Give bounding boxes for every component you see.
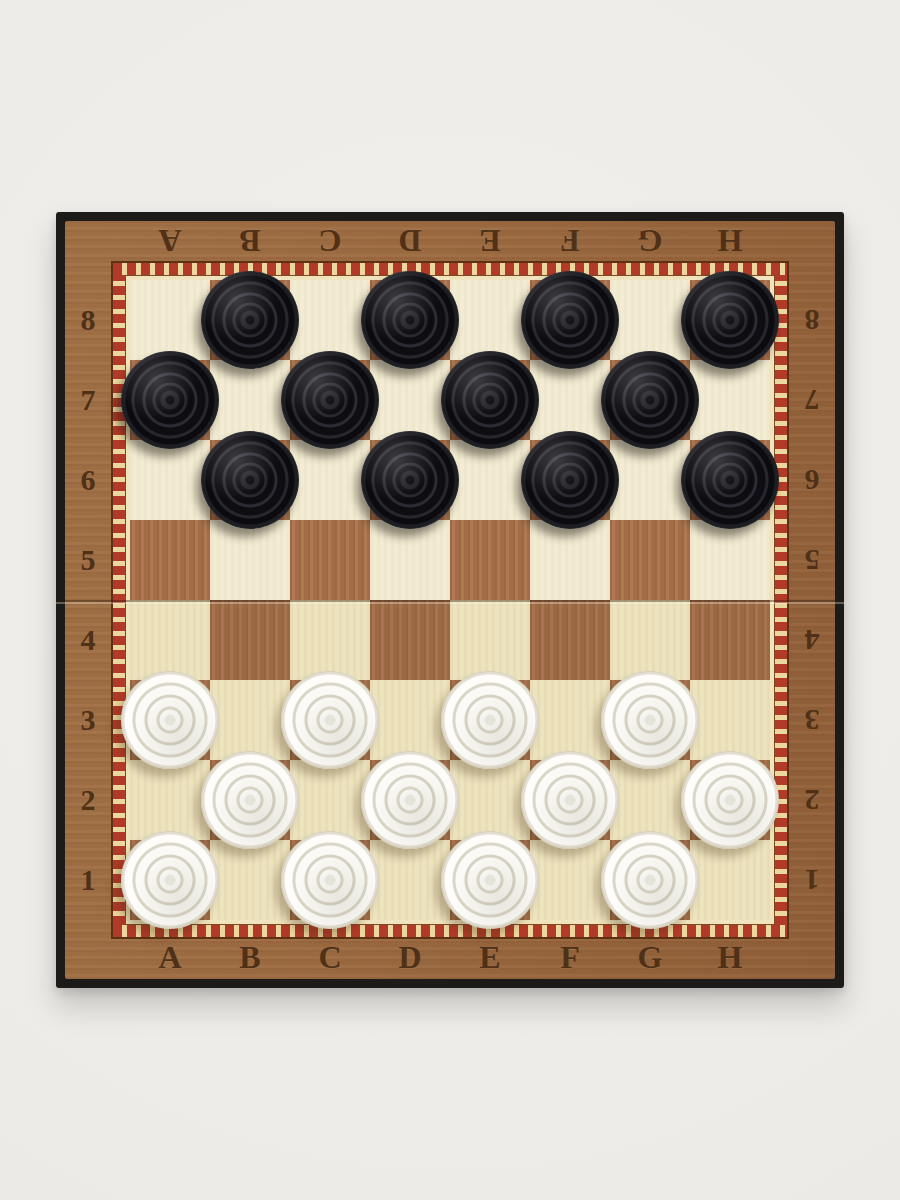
square-f1[interactable]	[530, 840, 610, 920]
checkers-board: ABCDEFGH ABCDEFGH 87654321 87654321	[56, 212, 844, 988]
square-h7[interactable]	[690, 360, 770, 440]
piece-white-c3[interactable]	[281, 671, 379, 769]
file-label-bottom-c: C	[290, 937, 370, 977]
piece-white-g3[interactable]	[601, 671, 699, 769]
square-d3[interactable]	[370, 680, 450, 760]
square-e7[interactable]	[450, 360, 530, 440]
piece-white-e1[interactable]	[441, 831, 539, 929]
square-c1[interactable]	[290, 840, 370, 920]
border-strip-top	[113, 263, 787, 275]
file-label-top-f: F	[530, 221, 610, 261]
square-a3[interactable]	[130, 680, 210, 760]
square-a7[interactable]	[130, 360, 210, 440]
rank-label-left-5: 5	[65, 520, 111, 600]
file-label-bottom-a: A	[130, 937, 210, 977]
piece-black-b8[interactable]	[201, 271, 299, 369]
rank-label-right-6: 6	[789, 440, 835, 520]
file-labels-bottom: ABCDEFGH	[130, 937, 770, 977]
file-label-top-e: E	[450, 221, 530, 261]
square-c7[interactable]	[290, 360, 370, 440]
board-hinge-fold	[56, 600, 844, 604]
file-labels-top: ABCDEFGH	[130, 221, 770, 261]
file-label-top-d: D	[370, 221, 450, 261]
square-e3[interactable]	[450, 680, 530, 760]
square-e2[interactable]	[450, 760, 530, 840]
rank-label-right-1: 1	[789, 840, 835, 920]
square-e8[interactable]	[450, 280, 530, 360]
square-b7[interactable]	[210, 360, 290, 440]
square-a1[interactable]	[130, 840, 210, 920]
file-label-bottom-h: H	[690, 937, 770, 977]
square-b2[interactable]	[210, 760, 290, 840]
square-f5[interactable]	[530, 520, 610, 600]
rank-label-right-8: 8	[789, 280, 835, 360]
square-e6[interactable]	[450, 440, 530, 520]
square-a2[interactable]	[130, 760, 210, 840]
square-h8[interactable]	[690, 280, 770, 360]
square-e4[interactable]	[450, 600, 530, 680]
square-c2[interactable]	[290, 760, 370, 840]
file-label-bottom-b: B	[210, 937, 290, 977]
piece-black-f8[interactable]	[521, 271, 619, 369]
square-h5[interactable]	[690, 520, 770, 600]
piece-white-d2[interactable]	[361, 751, 459, 849]
piece-black-d8[interactable]	[361, 271, 459, 369]
rank-label-left-1: 1	[65, 840, 111, 920]
square-f6[interactable]	[530, 440, 610, 520]
piece-black-g7[interactable]	[601, 351, 699, 449]
square-d5[interactable]	[370, 520, 450, 600]
rank-label-right-5: 5	[789, 520, 835, 600]
square-f7[interactable]	[530, 360, 610, 440]
square-b4[interactable]	[210, 600, 290, 680]
square-h3[interactable]	[690, 680, 770, 760]
square-c3[interactable]	[290, 680, 370, 760]
rank-label-left-7: 7	[65, 360, 111, 440]
square-d2[interactable]	[370, 760, 450, 840]
file-label-bottom-g: G	[610, 937, 690, 977]
square-c8[interactable]	[290, 280, 370, 360]
piece-white-h2[interactable]	[681, 751, 779, 849]
piece-white-a1[interactable]	[121, 831, 219, 929]
rank-label-left-4: 4	[65, 600, 111, 680]
rank-label-right-2: 2	[789, 760, 835, 840]
piece-black-f6[interactable]	[521, 431, 619, 529]
square-h1[interactable]	[690, 840, 770, 920]
square-d6[interactable]	[370, 440, 450, 520]
square-g1[interactable]	[610, 840, 690, 920]
piece-white-b2[interactable]	[201, 751, 299, 849]
piece-white-c1[interactable]	[281, 831, 379, 929]
square-f3[interactable]	[530, 680, 610, 760]
rank-label-right-4: 4	[789, 600, 835, 680]
piece-black-b6[interactable]	[201, 431, 299, 529]
square-b5[interactable]	[210, 520, 290, 600]
square-h2[interactable]	[690, 760, 770, 840]
square-c6[interactable]	[290, 440, 370, 520]
square-c4[interactable]	[290, 600, 370, 680]
square-a6[interactable]	[130, 440, 210, 520]
file-label-top-a: A	[130, 221, 210, 261]
square-f4[interactable]	[530, 600, 610, 680]
square-g3[interactable]	[610, 680, 690, 760]
file-label-top-c: C	[290, 221, 370, 261]
square-f8[interactable]	[530, 280, 610, 360]
square-d1[interactable]	[370, 840, 450, 920]
piece-black-h6[interactable]	[681, 431, 779, 529]
border-strip-bottom	[113, 925, 787, 937]
rank-label-left-3: 3	[65, 680, 111, 760]
square-d4[interactable]	[370, 600, 450, 680]
piece-black-d6[interactable]	[361, 431, 459, 529]
piece-black-e7[interactable]	[441, 351, 539, 449]
piece-white-e3[interactable]	[441, 671, 539, 769]
piece-black-h8[interactable]	[681, 271, 779, 369]
photo-background: ABCDEFGH ABCDEFGH 87654321 87654321	[0, 0, 900, 1200]
square-b3[interactable]	[210, 680, 290, 760]
square-a4[interactable]	[130, 600, 210, 680]
rank-label-right-7: 7	[789, 360, 835, 440]
file-label-top-g: G	[610, 221, 690, 261]
piece-black-c7[interactable]	[281, 351, 379, 449]
square-b1[interactable]	[210, 840, 290, 920]
file-label-top-h: H	[690, 221, 770, 261]
square-h4[interactable]	[690, 600, 770, 680]
square-d7[interactable]	[370, 360, 450, 440]
file-label-bottom-d: D	[370, 937, 450, 977]
square-b8[interactable]	[210, 280, 290, 360]
rank-label-left-8: 8	[65, 280, 111, 360]
square-g7[interactable]	[610, 360, 690, 440]
file-label-top-b: B	[210, 221, 290, 261]
square-d8[interactable]	[370, 280, 450, 360]
square-a5[interactable]	[130, 520, 210, 600]
piece-white-g1[interactable]	[601, 831, 699, 929]
piece-white-f2[interactable]	[521, 751, 619, 849]
rank-label-left-6: 6	[65, 440, 111, 520]
file-label-bottom-e: E	[450, 937, 530, 977]
square-g8[interactable]	[610, 280, 690, 360]
square-a8[interactable]	[130, 280, 210, 360]
square-g6[interactable]	[610, 440, 690, 520]
square-e1[interactable]	[450, 840, 530, 920]
square-g5[interactable]	[610, 520, 690, 600]
square-e5[interactable]	[450, 520, 530, 600]
piece-white-a3[interactable]	[121, 671, 219, 769]
piece-black-a7[interactable]	[121, 351, 219, 449]
square-h6[interactable]	[690, 440, 770, 520]
square-f2[interactable]	[530, 760, 610, 840]
square-b6[interactable]	[210, 440, 290, 520]
square-c5[interactable]	[290, 520, 370, 600]
rank-label-right-3: 3	[789, 680, 835, 760]
file-label-bottom-f: F	[530, 937, 610, 977]
square-g2[interactable]	[610, 760, 690, 840]
rank-label-left-2: 2	[65, 760, 111, 840]
square-g4[interactable]	[610, 600, 690, 680]
